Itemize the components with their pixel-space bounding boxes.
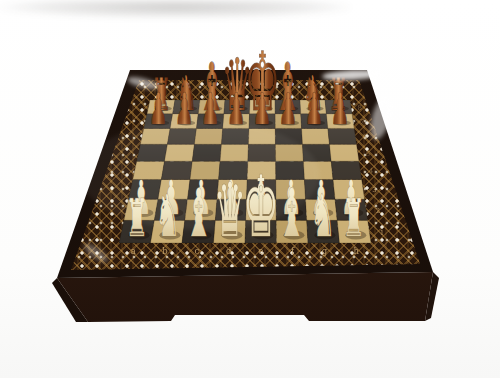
piece-dark-p-h7[interactable]: ♟ <box>330 83 349 134</box>
glare-haze <box>80 120 320 230</box>
piece-dark-p-f7[interactable]: ♟ <box>279 83 298 134</box>
rank-label-3: 3 <box>372 186 376 194</box>
rank-label-2: 2 <box>376 207 380 215</box>
chess-set-photo: abcdefgh12345678♜♞♝♛♚♝♞♜♟♟♟♟♟♟♟♟♟♟♟♟♟♟♟♟… <box>0 0 500 378</box>
rank-label-5: 5 <box>366 150 370 158</box>
piece-dark-p-g7[interactable]: ♟ <box>305 83 324 134</box>
glare-highlight <box>367 94 396 141</box>
glare-highlight <box>82 241 111 265</box>
piece-light-n-g1[interactable]: ♞ <box>310 183 335 251</box>
piece-light-r-h1[interactable]: ♜ <box>343 188 365 249</box>
rank-label-8: 8 <box>357 104 361 112</box>
rank-label-7: 7 <box>360 118 364 126</box>
rank-label-4: 4 <box>369 167 374 175</box>
board-and-pieces: abcdefgh12345678♜♞♝♛♚♝♞♜♟♟♟♟♟♟♟♟♟♟♟♟♟♟♟♟… <box>0 0 500 378</box>
rank-label-1: 1 <box>380 229 384 237</box>
rank-label-6: 6 <box>363 133 368 141</box>
